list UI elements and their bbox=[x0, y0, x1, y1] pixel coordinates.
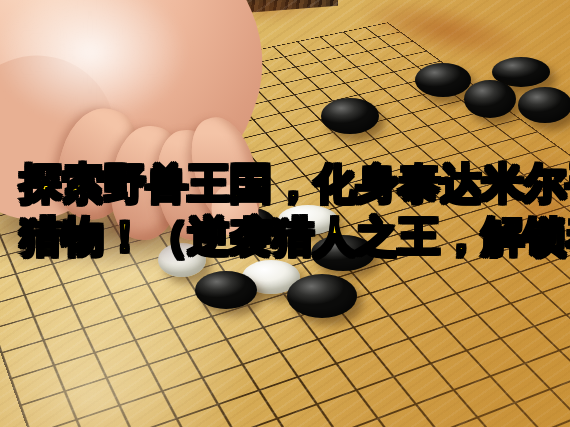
photo-thumbnail: 探索野兽王国，化身泰达米尔寻找 猎物！（逆袭猎人之王，解锁泰达 bbox=[0, 0, 570, 427]
caption-line-1: 探索野兽王国，化身泰达米尔寻找 bbox=[20, 161, 570, 207]
black-stone bbox=[195, 271, 257, 309]
caption-line-2: 猎物！（逆袭猎人之王，解锁泰达 bbox=[20, 214, 570, 260]
black-stone bbox=[415, 63, 471, 97]
black-stone bbox=[287, 274, 357, 318]
black-stone bbox=[518, 87, 570, 123]
black-stone bbox=[464, 80, 516, 118]
